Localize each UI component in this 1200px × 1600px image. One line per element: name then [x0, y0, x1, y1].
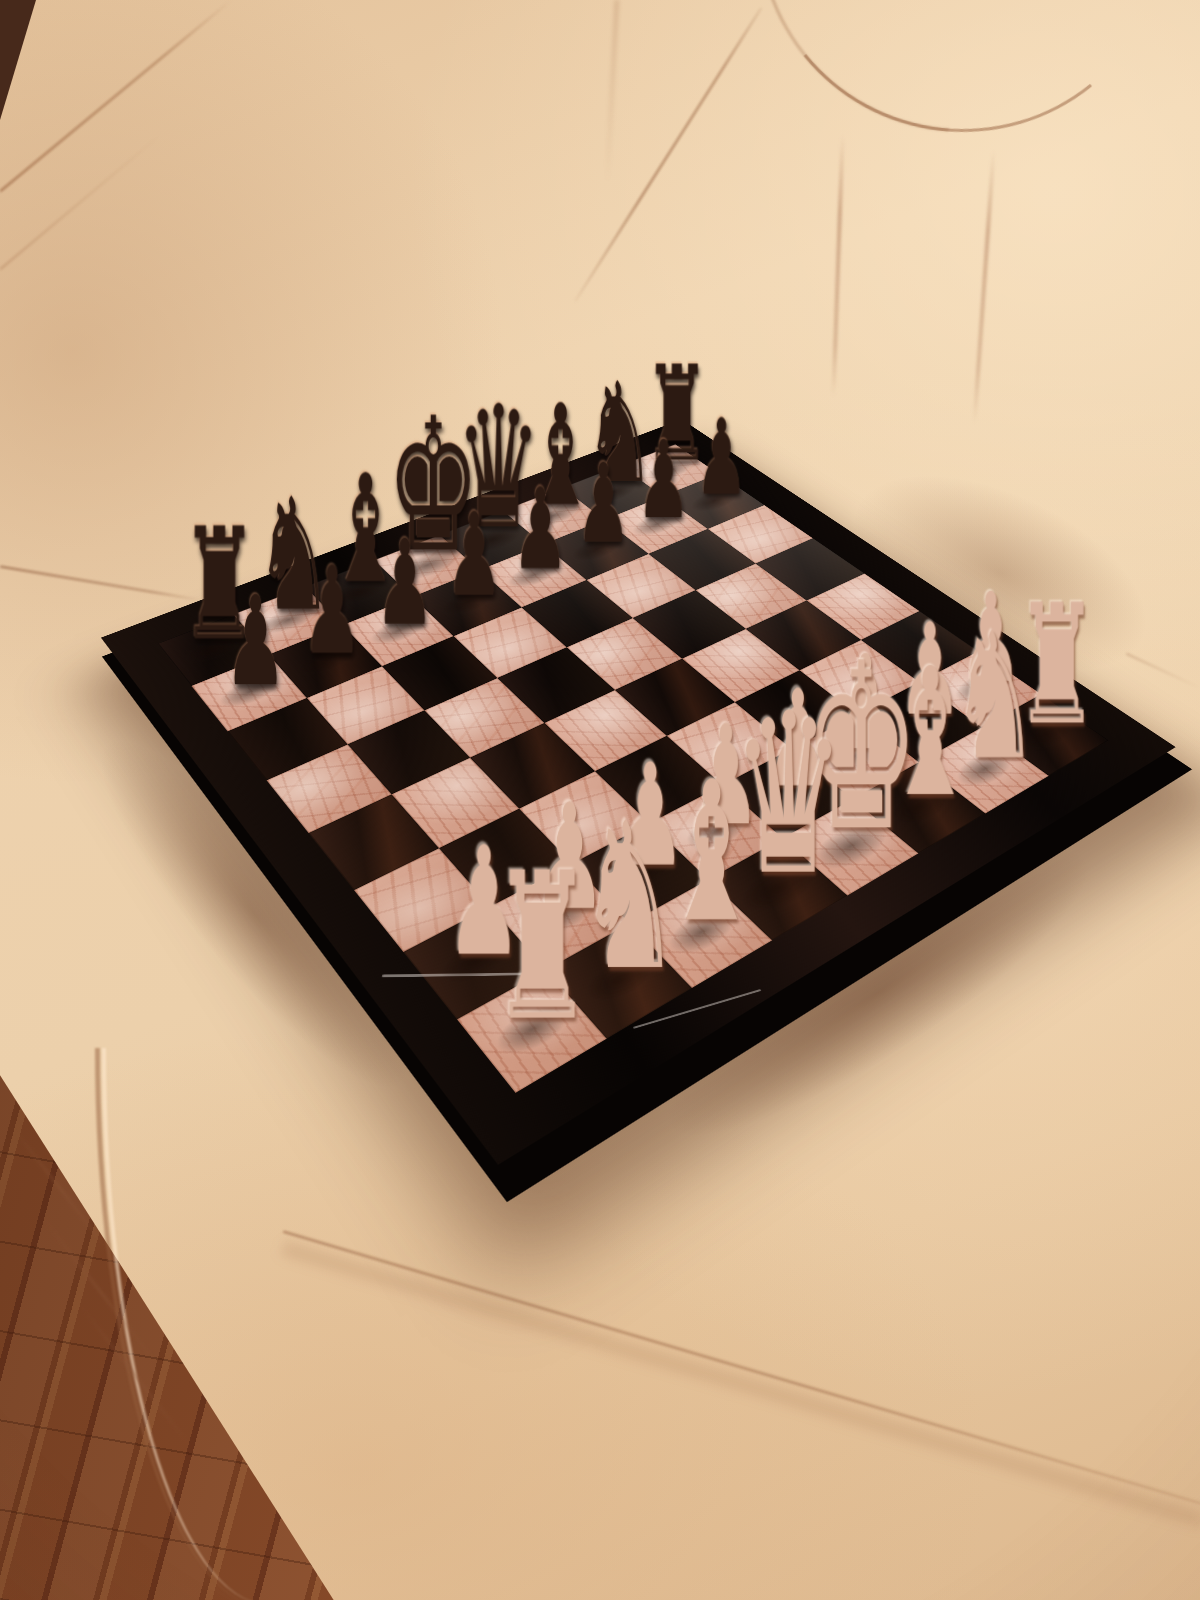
white-rook-glyph: ♜: [442, 854, 641, 1041]
sofa-seat-front-seam: [283, 1230, 1200, 1506]
sofa-cushion-crease: [972, 150, 995, 424]
sofa-cushion-curved-seam-left: [674, 0, 1200, 216]
sofa-cushion-curved-seam: [738, 0, 1189, 152]
chess-pieces: ♜♞♝♚♛♝♞♜♟♟♟♟♟♟♟♟♟♟♟♟♟♟♟♟♜♞♝♛♚♝♞♜: [101, 419, 1176, 1164]
sofa-backrest-seam: [574, 7, 763, 302]
black-pawn-glyph: ♟: [176, 585, 333, 699]
sofa-cushion-crease: [831, 135, 844, 397]
sofa-armrest-seam: [0, 0, 232, 193]
sofa-cushion-gap: [605, 0, 619, 185]
living-room-scene: ♜♞♝♚♛♝♞♜♟♟♟♟♟♟♟♟♟♟♟♟♟♟♟♟♜♞♝♛♚♝♞♜: [0, 0, 1200, 1600]
sofa-armrest-fold: [0, 133, 162, 270]
chess-board: ♜♞♝♚♛♝♞♜♟♟♟♟♟♟♟♟♟♟♟♟♟♟♟♟♜♞♝♛♚♝♞♜: [101, 419, 1176, 1164]
sofa-seat-front-shadow: [281, 1240, 1200, 1528]
